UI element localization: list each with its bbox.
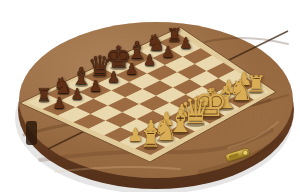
piece-black-pawn-g7[interactable]: ♟ [160, 45, 176, 60]
piece-black-pawn-b7[interactable]: ♟ [69, 87, 85, 102]
chess-set-photo: ♜♞♝♛♚♝♞♜♟♟♟♟♟♟♟♟♟♟♟♟♟♟♟♟♜♞♝♛♚♝♞♜ [0, 0, 300, 192]
piece-black-pawn-f7[interactable]: ♟ [142, 53, 158, 68]
piece-black-pawn-e7[interactable]: ♟ [124, 62, 140, 77]
piece-white-rook-a1[interactable]: ♜ [138, 128, 163, 151]
hinge-icon [26, 121, 37, 145]
piece-black-pawn-c7[interactable]: ♟ [87, 79, 103, 94]
piece-black-pawn-h7[interactable]: ♟ [178, 36, 194, 51]
piece-black-pawn-a7[interactable]: ♟ [51, 96, 67, 111]
piece-black-pawn-d7[interactable]: ♟ [105, 70, 121, 85]
